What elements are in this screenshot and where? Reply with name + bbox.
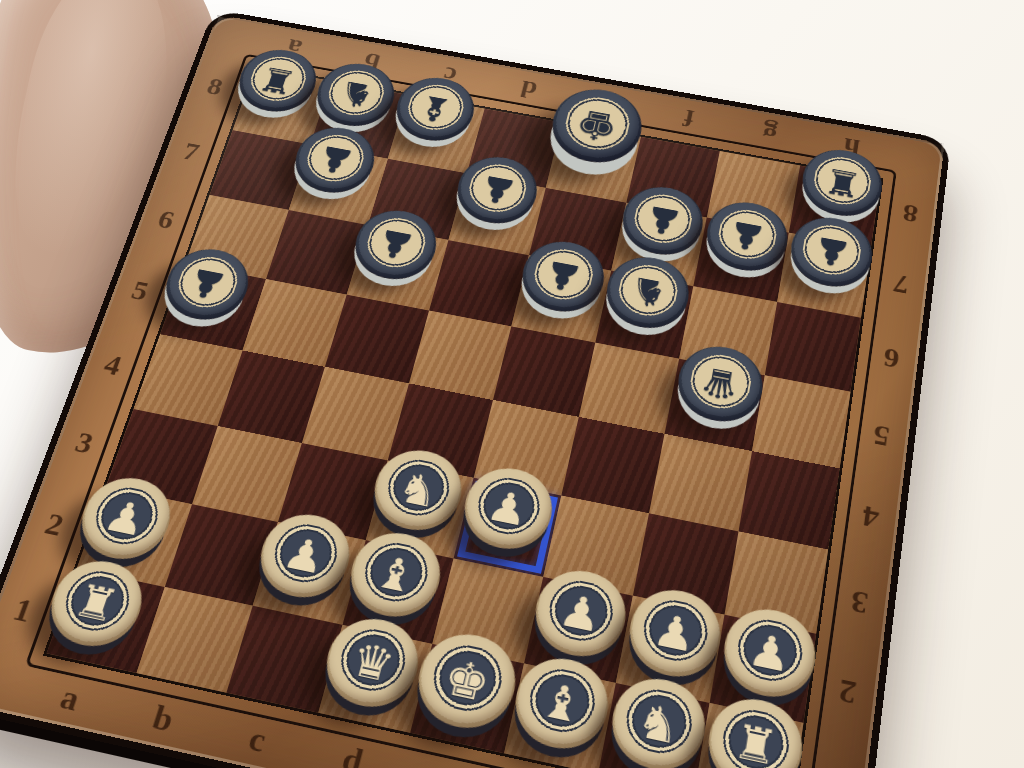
- pawn-icon: ♟: [641, 200, 685, 241]
- rank-label-right-5: 5: [849, 391, 913, 481]
- square-a1[interactable]: ♜: [47, 568, 165, 673]
- bishop-icon: ♝: [536, 676, 588, 731]
- file-label-bottom-b: b: [107, 681, 218, 757]
- knight-icon: ♞: [625, 271, 670, 314]
- rank-label-right-7: 7: [871, 244, 932, 326]
- knight-icon: ♞: [633, 696, 684, 751]
- rank-label-right-2: 2: [813, 640, 883, 744]
- square-g7[interactable]: ♟: [693, 217, 788, 302]
- file-label-bottom-c: c: [202, 701, 313, 768]
- rank-label-right-3: 3: [825, 553, 893, 652]
- pawn-icon: ♟: [312, 140, 358, 180]
- piece-black-knight-f6[interactable]: ♞: [595, 271, 693, 359]
- rank-label-right-8: 8: [881, 175, 940, 253]
- pawn-icon: ♟: [99, 493, 152, 542]
- pawn-icon: ♟: [725, 216, 769, 258]
- white-disc: ♞: [366, 443, 470, 537]
- square-f6[interactable]: ♞: [595, 271, 693, 359]
- pawn-icon: ♟: [279, 530, 331, 580]
- square-e3[interactable]: ♟: [454, 477, 561, 577]
- rook-icon: ♜: [821, 162, 863, 202]
- pawn-icon: ♟: [540, 255, 586, 298]
- pawn-icon: ♟: [556, 587, 606, 639]
- bishop-icon: ♝: [370, 549, 422, 600]
- king-icon: ♚: [439, 653, 494, 710]
- rook-icon: ♜: [69, 578, 124, 630]
- bishop-icon: ♝: [413, 90, 457, 128]
- square-f1[interactable]: ♝: [504, 663, 616, 768]
- piece-white-knight-g1[interactable]: ♞: [598, 683, 709, 768]
- piece-white-bishop-f1[interactable]: ♝: [504, 663, 616, 768]
- piece-white-rook-a1[interactable]: ♜: [47, 568, 165, 673]
- pawn-icon: ♟: [372, 224, 419, 266]
- rook-icon: ♜: [730, 717, 780, 768]
- piece-black-bishop-c8[interactable]: ♝: [388, 95, 484, 173]
- knight-icon: ♞: [393, 466, 443, 514]
- square-a4[interactable]: [134, 334, 242, 425]
- square-g1[interactable]: ♞: [598, 683, 709, 768]
- file-label-bottom-a: a: [14, 661, 125, 736]
- pawn-icon: ♟: [483, 484, 533, 533]
- rank-label-right-4: 4: [837, 470, 903, 564]
- queen-icon: ♛: [346, 636, 399, 689]
- square-b6[interactable]: [266, 210, 368, 294]
- scene: abcdefgh abcdefgh 87654321 87654321 ♜♞♝♚…: [0, 0, 1024, 768]
- rank-label-right-6: 6: [860, 316, 922, 402]
- piece-white-pawn-e3[interactable]: ♟: [454, 477, 561, 577]
- pawn-icon: ♟: [745, 626, 794, 679]
- pawn-icon: ♟: [810, 231, 853, 273]
- queen-icon: ♛: [697, 361, 743, 407]
- pawn-icon: ♟: [182, 263, 231, 306]
- pawn-icon: ♟: [475, 170, 520, 210]
- piece-black-pawn-h7[interactable]: ♟: [777, 232, 871, 318]
- king-icon: ♚: [572, 103, 622, 147]
- square-h7[interactable]: ♟: [777, 232, 871, 318]
- rook-icon: ♜: [255, 62, 300, 100]
- piece-black-pawn-g7[interactable]: ♟: [693, 217, 788, 302]
- square-g4[interactable]: [649, 434, 752, 531]
- white-disc: ♟: [622, 582, 726, 684]
- knight-icon: ♞: [334, 76, 379, 114]
- square-c8[interactable]: ♝: [388, 95, 484, 173]
- square-f4[interactable]: [561, 417, 665, 513]
- square-e5[interactable]: [493, 326, 595, 417]
- pawn-icon: ♟: [650, 606, 700, 659]
